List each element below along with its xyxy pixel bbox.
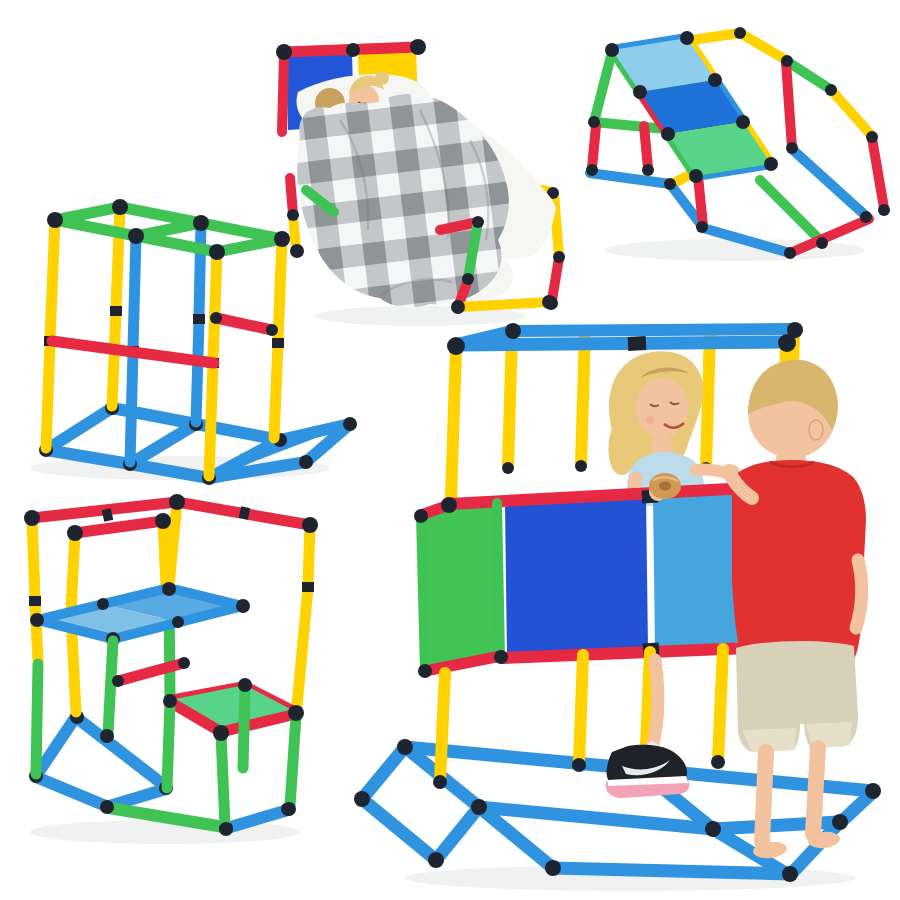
- front-panel-royal: [505, 496, 648, 658]
- desk-mid-rail: [112, 657, 190, 687]
- toddler-bed-build: [276, 39, 565, 314]
- climbing-ramp-build: [586, 27, 890, 259]
- desk-stool-build: [24, 494, 318, 836]
- gym-top-rails: [47, 199, 290, 260]
- playset-collage: [0, 0, 900, 900]
- jungle-gym-build: [39, 199, 357, 485]
- sleeping-child-hair-bun: [375, 71, 389, 85]
- girl-face: [636, 378, 688, 438]
- plaid-comforter: [297, 94, 509, 307]
- side-panel-green: [420, 502, 500, 672]
- product-photo: [0, 0, 900, 900]
- sneaker-upper: [607, 745, 687, 781]
- playhouse-build: [354, 322, 881, 882]
- gym-mid-rails: [52, 312, 278, 363]
- boy-ear: [809, 420, 823, 440]
- stool: [163, 678, 304, 836]
